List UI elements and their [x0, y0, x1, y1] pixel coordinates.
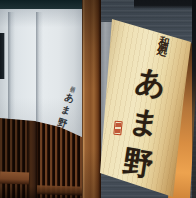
seal-stamp — [113, 121, 122, 136]
lattice-rail-left — [0, 171, 29, 184]
wood-post — [82, 0, 101, 198]
noren-pleat — [8, 12, 15, 128]
noren-subtitle-text: 和酒処 — [71, 81, 77, 85]
lattice-bottom-shadow — [0, 186, 85, 198]
post-shading — [82, 0, 101, 198]
noren-pleat — [36, 12, 43, 131]
wall-top-shadow — [134, 0, 196, 9]
wooden-signboard: 和酒処 あま野 — [100, 15, 196, 198]
restaurant-entrance-photo: 和酒処 あま野 和酒処 あま野 — [0, 0, 196, 198]
noren-shop-name-text: あま野 — [61, 85, 78, 114]
noren-slit-opening — [0, 33, 5, 79]
right-edge-shadow — [192, 0, 196, 198]
